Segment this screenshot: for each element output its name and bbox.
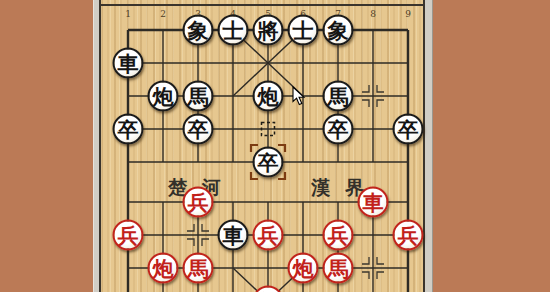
file-label-2: 2 — [156, 9, 170, 19]
piece-black-卒-f1r4[interactable]: 卒 — [113, 114, 144, 145]
piece-red-車-f8r6[interactable]: 車 — [358, 187, 389, 218]
piece-black-炮-f2r3[interactable]: 炮 — [148, 81, 179, 112]
piece-black-將-f5r1[interactable]: 將 — [253, 15, 284, 46]
piece-red-兵-f5r7[interactable]: 兵 — [253, 220, 284, 251]
piece-red-兵-f9r7[interactable]: 兵 — [393, 220, 424, 251]
piece-black-卒-f9r4[interactable]: 卒 — [393, 114, 424, 145]
piece-black-馬-f7r3[interactable]: 馬 — [323, 81, 354, 112]
piece-red-馬-f7r8[interactable]: 馬 — [323, 253, 354, 284]
mouse-cursor-arrow — [292, 86, 306, 106]
piece-red-兵-f1r7[interactable]: 兵 — [113, 220, 144, 251]
file-label-9: 9 — [401, 9, 415, 19]
file-label-8: 8 — [366, 9, 380, 19]
piece-black-象-f7r1[interactable]: 象 — [323, 15, 354, 46]
piece-black-卒-f5r5[interactable]: 卒 — [253, 147, 284, 178]
file-label-1: 1 — [121, 9, 135, 19]
piece-black-炮-f5r3[interactable]: 炮 — [253, 81, 284, 112]
piece-black-象-f3r1[interactable]: 象 — [183, 15, 214, 46]
xiangqi-game-screenshot: 123456789 楚河 漢界 象士將士象車炮馬炮馬卒卒卒卒卒兵車兵車兵兵兵炮馬… — [0, 0, 550, 292]
piece-black-車-f1r2[interactable]: 車 — [113, 48, 144, 79]
piece-black-士-f4r1[interactable]: 士 — [218, 15, 249, 46]
piece-red-馬-f3r8[interactable]: 馬 — [183, 253, 214, 284]
piece-black-卒-f3r4[interactable]: 卒 — [183, 114, 214, 145]
piece-black-卒-f7r4[interactable]: 卒 — [323, 114, 354, 145]
piece-black-車-f4r7[interactable]: 車 — [218, 220, 249, 251]
piece-red-炮-f6r8[interactable]: 炮 — [288, 253, 319, 284]
piece-black-馬-f3r3[interactable]: 馬 — [183, 81, 214, 112]
piece-red-兵-f7r7[interactable]: 兵 — [323, 220, 354, 251]
piece-red-兵-f3r6[interactable]: 兵 — [183, 187, 214, 218]
piece-red-炮-f2r8[interactable]: 炮 — [148, 253, 179, 284]
piece-black-士-f6r1[interactable]: 士 — [288, 15, 319, 46]
